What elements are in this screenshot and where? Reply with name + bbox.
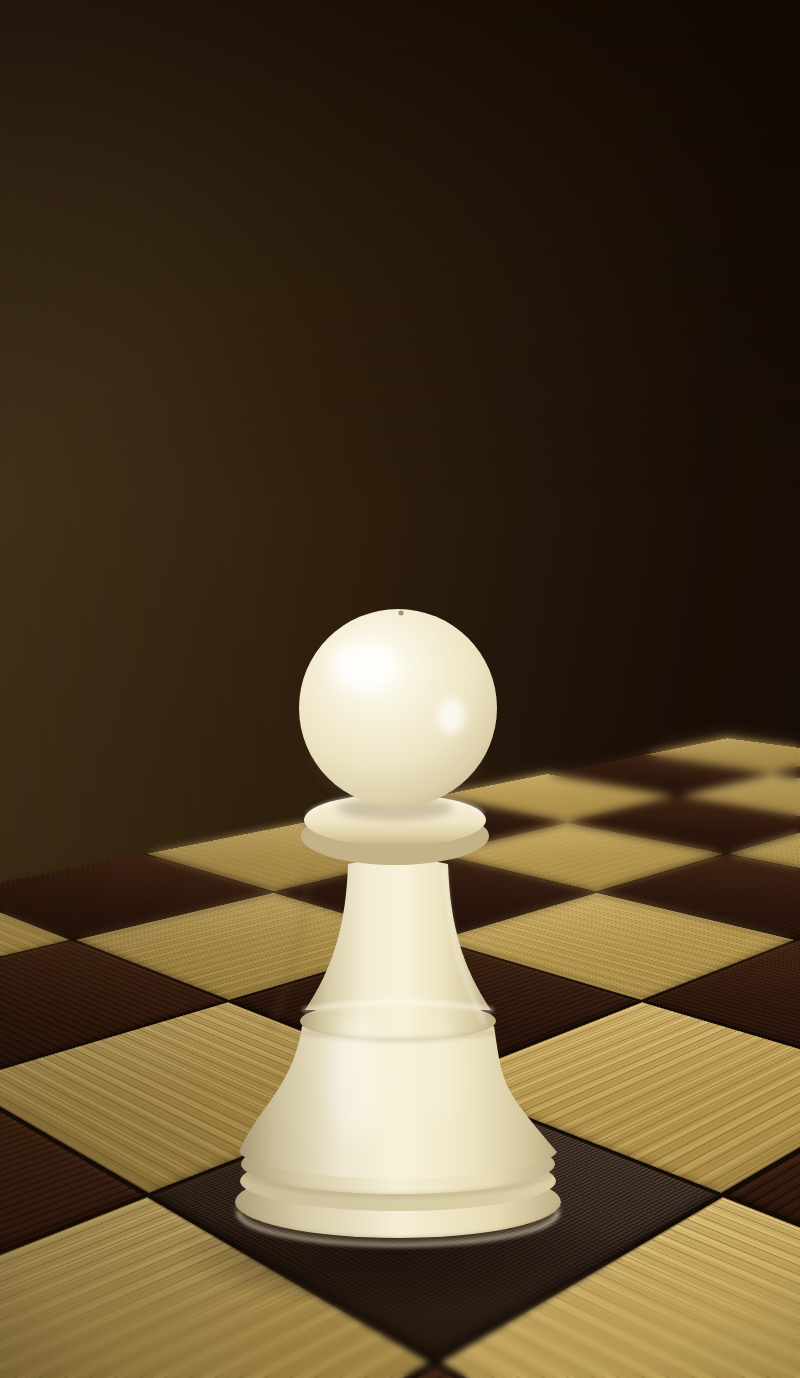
board-square — [0, 941, 225, 1081]
board-square — [726, 1084, 800, 1360]
board-grid-blur — [0, 0, 800, 1001]
board-square — [305, 796, 566, 853]
board-square — [437, 823, 723, 892]
board-square — [439, 1002, 800, 1193]
board-square — [438, 893, 795, 1000]
board-square — [728, 823, 800, 892]
board-square — [276, 854, 594, 939]
board-square — [0, 1366, 800, 1378]
pawn-head-nick — [399, 611, 404, 616]
board-square — [645, 738, 800, 773]
chessboard-blur-layer-near — [0, 0, 800, 1378]
board-square — [569, 796, 800, 853]
board-square-occupied — [152, 1084, 718, 1360]
board-square — [680, 774, 800, 822]
board-square — [645, 941, 800, 1081]
board-square — [726, 1084, 800, 1360]
board-square — [599, 854, 800, 939]
board-square — [0, 1197, 430, 1378]
board-square — [440, 1197, 800, 1378]
board-square — [438, 893, 795, 1000]
board-square — [728, 823, 800, 892]
pawn-base — [235, 1134, 561, 1245]
board-square — [439, 1002, 800, 1193]
board-square — [0, 1197, 430, 1378]
board-square — [0, 0, 800, 1378]
board-square — [146, 823, 432, 892]
board-square — [680, 774, 800, 822]
board-square-occupied — [152, 1084, 718, 1360]
board-square — [0, 1084, 144, 1360]
board-square — [0, 893, 70, 1000]
pawn-shadow — [165, 1192, 635, 1312]
board-square — [146, 823, 432, 892]
board-square — [0, 893, 70, 1000]
board-square — [645, 738, 800, 773]
board-square — [232, 941, 639, 1081]
board-square — [437, 823, 723, 892]
board-square — [0, 1002, 431, 1193]
chessboard-blur-layer-2 — [0, 0, 800, 1378]
pawn-head — [299, 609, 497, 807]
board-square — [232, 941, 639, 1081]
board-square — [645, 738, 800, 773]
board-square — [0, 1197, 430, 1378]
board-square — [645, 941, 800, 1081]
board-square — [438, 893, 795, 1000]
board-square — [0, 1366, 800, 1378]
board-square — [645, 738, 800, 773]
board-square — [439, 1002, 800, 1193]
board-square — [232, 941, 639, 1081]
board-grid-blur — [0, 0, 800, 1001]
board-square — [0, 1084, 144, 1360]
board-square — [728, 823, 800, 892]
board-square — [569, 796, 800, 853]
board-square — [232, 941, 639, 1081]
board-square — [645, 738, 800, 773]
board-square — [0, 0, 800, 1378]
board-square — [438, 893, 795, 1000]
board-square — [0, 1366, 800, 1378]
board-square — [645, 941, 800, 1081]
board-square — [437, 774, 676, 822]
board-square — [0, 893, 70, 1000]
chessboard-blur-layer-4 — [0, 0, 800, 1378]
board-square — [437, 774, 676, 822]
board-square — [438, 893, 795, 1000]
board-square — [439, 1002, 800, 1193]
board-square — [549, 755, 770, 796]
board-square — [645, 941, 800, 1081]
board-square — [569, 796, 800, 853]
board-square — [680, 774, 800, 822]
board-grid — [0, 0, 800, 1001]
board-square — [276, 854, 594, 939]
board-square — [232, 941, 639, 1081]
board-square — [75, 893, 432, 1000]
board-square — [728, 823, 800, 892]
board-square — [0, 941, 225, 1081]
vignette-overlay — [0, 0, 800, 1378]
board-square — [599, 854, 800, 939]
board-square — [773, 755, 800, 796]
board-grid-blur — [0, 0, 800, 1001]
board-square — [549, 755, 770, 796]
chessboard-photo — [0, 0, 800, 1378]
board-square — [549, 755, 770, 796]
board-square — [276, 854, 594, 939]
board-square — [437, 823, 723, 892]
board-square — [0, 941, 225, 1081]
board-square — [680, 774, 800, 822]
board-square — [232, 941, 639, 1081]
board-square — [437, 823, 723, 892]
board-square — [0, 0, 800, 1378]
board-square — [773, 755, 800, 796]
board-square — [0, 893, 70, 1000]
board-square — [0, 941, 225, 1081]
board-square — [0, 1084, 144, 1360]
board-square — [726, 1084, 800, 1360]
board-square — [0, 893, 70, 1000]
board-square — [645, 738, 800, 773]
board-square — [437, 823, 723, 892]
board-square — [305, 796, 566, 853]
board-square — [0, 1366, 800, 1378]
board-square-occupied — [152, 1084, 718, 1360]
board-grid-blur — [0, 0, 800, 1001]
board-square — [305, 796, 566, 853]
board-square — [0, 1002, 431, 1193]
board-square — [0, 1197, 430, 1378]
board-square — [599, 854, 800, 939]
board-square — [549, 755, 770, 796]
board-square — [438, 893, 795, 1000]
board-square — [75, 893, 432, 1000]
board-square — [726, 1084, 800, 1360]
board-square — [0, 0, 800, 1378]
board-square — [0, 893, 70, 1000]
board-square — [0, 1366, 800, 1378]
board-square — [440, 1197, 800, 1378]
board-square — [146, 823, 432, 892]
board-square — [549, 755, 770, 796]
board-square — [0, 1002, 431, 1193]
board-square — [645, 941, 800, 1081]
board-square — [276, 854, 594, 939]
pawn-body — [239, 858, 557, 1179]
board-square — [0, 0, 800, 1378]
board-square — [0, 1197, 430, 1378]
board-square — [0, 1084, 144, 1360]
board-square — [599, 854, 800, 939]
board-square — [305, 796, 566, 853]
chessboard-blur-layer-1 — [0, 0, 800, 1378]
board-square — [437, 774, 676, 822]
board-square — [0, 854, 271, 939]
board-square — [0, 854, 271, 939]
board-square — [0, 1084, 144, 1360]
board-square — [0, 941, 225, 1081]
board-square-occupied — [152, 1084, 718, 1360]
board-square — [645, 941, 800, 1081]
chessboard — [0, 0, 800, 1378]
board-square — [437, 774, 676, 822]
board-square — [0, 1084, 144, 1360]
board-square — [75, 893, 432, 1000]
board-square — [0, 854, 271, 939]
board-square — [569, 796, 800, 853]
white-pawn-piece — [205, 596, 585, 1256]
board-square — [569, 796, 800, 853]
board-square — [0, 941, 225, 1081]
board-square — [440, 1197, 800, 1378]
board-grid-blur — [0, 0, 800, 1001]
board-square — [549, 755, 770, 796]
board-square — [569, 796, 800, 853]
board-square — [305, 796, 566, 853]
board-square — [0, 1002, 431, 1193]
board-square — [75, 893, 432, 1000]
board-square — [728, 823, 800, 892]
board-square — [0, 1197, 430, 1378]
board-square — [75, 893, 432, 1000]
board-square — [440, 1197, 800, 1378]
board-square — [599, 854, 800, 939]
board-square-occupied — [152, 1084, 718, 1360]
board-square — [440, 1197, 800, 1378]
board-square — [146, 823, 432, 892]
board-square-occupied — [152, 1084, 718, 1360]
board-square — [0, 854, 271, 939]
board-square — [276, 854, 594, 939]
board-square — [146, 823, 432, 892]
board-square — [0, 0, 800, 1378]
board-square — [726, 1084, 800, 1360]
board-square — [437, 774, 676, 822]
board-square — [0, 854, 271, 939]
board-square — [305, 796, 566, 853]
board-square — [146, 823, 432, 892]
board-square — [0, 1002, 431, 1193]
board-square — [440, 1197, 800, 1378]
board-square — [0, 1002, 431, 1193]
board-square — [437, 823, 723, 892]
board-square — [0, 1366, 800, 1378]
board-square — [726, 1084, 800, 1360]
board-square — [728, 823, 800, 892]
board-square — [680, 774, 800, 822]
board-square — [437, 774, 676, 822]
pawn-ring-ridge — [300, 1001, 496, 1041]
board-square — [599, 854, 800, 939]
board-square — [680, 774, 800, 822]
board-square — [439, 1002, 800, 1193]
chessboard-blur-layer-3 — [0, 0, 800, 1378]
board-square — [773, 755, 800, 796]
board-square — [439, 1002, 800, 1193]
board-square — [773, 755, 800, 796]
board-square — [75, 893, 432, 1000]
board-square — [773, 755, 800, 796]
board-square — [773, 755, 800, 796]
pawn-collar — [301, 794, 489, 865]
board-square — [276, 854, 594, 939]
board-square — [0, 854, 271, 939]
